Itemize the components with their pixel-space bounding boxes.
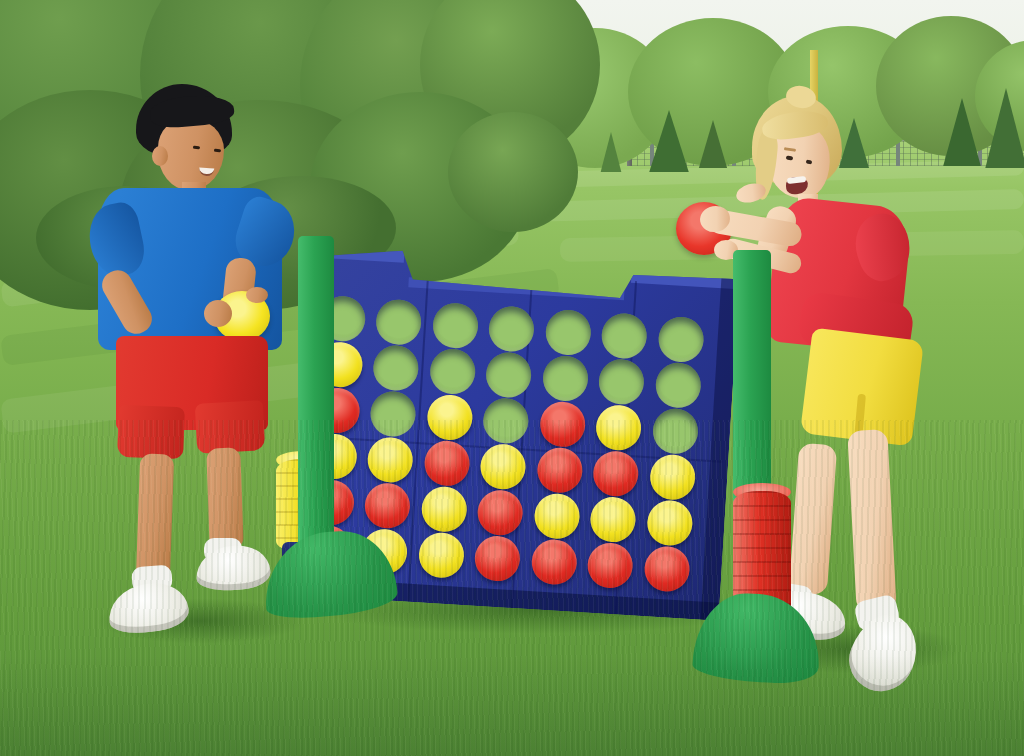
board-cell-r1c2 bbox=[369, 297, 428, 346]
red-disc-r4c6 bbox=[592, 449, 640, 497]
yellow-disc-r6c3 bbox=[417, 531, 465, 579]
red-disc-r6c4 bbox=[474, 534, 522, 582]
red-disc-r3c5 bbox=[539, 400, 587, 448]
board-cell-r2c2 bbox=[366, 343, 425, 392]
red-disc-r6c5 bbox=[530, 538, 578, 586]
board-cell-r6c3 bbox=[412, 530, 471, 579]
empty-slot-r1c7 bbox=[657, 315, 705, 363]
left-post bbox=[298, 236, 334, 566]
empty-slot-r3c4 bbox=[482, 397, 530, 445]
empty-slot-r2c2 bbox=[372, 344, 420, 392]
empty-slot-r2c6 bbox=[598, 358, 646, 406]
board-cell-r6c4 bbox=[468, 533, 527, 582]
board-cell-r3c5 bbox=[533, 399, 592, 448]
red-disc-r6c7 bbox=[643, 545, 691, 593]
board-cell-r5c2 bbox=[358, 481, 417, 530]
empty-slot-r2c3 bbox=[429, 347, 477, 395]
board-cell-r1c6 bbox=[595, 311, 654, 360]
board-cell-r3c2 bbox=[364, 389, 423, 438]
board-cell-r6c7 bbox=[637, 544, 696, 593]
yellow-disc-r5c6 bbox=[589, 495, 637, 543]
board-top-ledge-left bbox=[324, 246, 405, 263]
yellow-disc-r5c7 bbox=[646, 499, 694, 547]
board-cell-r5c7 bbox=[640, 498, 699, 547]
board-cell-r4c4 bbox=[474, 442, 533, 491]
empty-slot-r1c3 bbox=[431, 301, 479, 349]
empty-slot-r3c2 bbox=[369, 390, 417, 438]
board-cell-r5c5 bbox=[527, 491, 586, 540]
board-cell-r2c4 bbox=[479, 350, 538, 399]
yellow-disc-r3c6 bbox=[595, 403, 643, 451]
empty-slot-r1c5 bbox=[544, 308, 592, 356]
board-cell-r3c4 bbox=[476, 396, 535, 445]
red-disc-being-played bbox=[676, 202, 732, 255]
empty-slot-r2c5 bbox=[541, 354, 589, 402]
yellow-disc-r4c7 bbox=[649, 453, 697, 501]
yellow-disc-r4c2 bbox=[367, 436, 415, 484]
board-cell-r1c5 bbox=[538, 307, 597, 356]
empty-slot-r2c4 bbox=[485, 351, 533, 399]
board-cell-r3c6 bbox=[589, 403, 648, 452]
photo-scene-giant-connect-four bbox=[0, 0, 1024, 756]
board-cell-r3c3 bbox=[420, 392, 479, 441]
yellow-disc-r5c3 bbox=[420, 485, 468, 533]
mowing-streak bbox=[560, 230, 1024, 262]
board-top-recess-lip bbox=[408, 277, 624, 300]
board-cell-r2c5 bbox=[536, 353, 595, 402]
bush-mass bbox=[448, 112, 578, 232]
yellow-disc-r5c5 bbox=[533, 492, 581, 540]
board-cell-r5c4 bbox=[471, 488, 530, 537]
yellow-disc-r3c3 bbox=[426, 393, 474, 441]
board-cell-r4c2 bbox=[361, 435, 420, 484]
board-cell-r1c4 bbox=[482, 304, 541, 353]
board-cell-r1c3 bbox=[426, 300, 485, 349]
bush-mass bbox=[36, 186, 216, 290]
board-cell-r3c7 bbox=[646, 406, 705, 455]
board-cell-r2c6 bbox=[592, 357, 651, 406]
board-cell-r4c3 bbox=[417, 438, 476, 487]
board-cell-r4c7 bbox=[643, 452, 702, 501]
empty-slot-r1c6 bbox=[601, 312, 649, 360]
board-cell-r6c6 bbox=[581, 540, 640, 589]
board-cell-r4c6 bbox=[586, 449, 645, 498]
empty-slot-r1c4 bbox=[488, 305, 536, 353]
red-disc-r6c6 bbox=[587, 541, 635, 589]
red-disc-r4c5 bbox=[536, 446, 584, 494]
empty-slot-r2c7 bbox=[654, 361, 702, 409]
empty-slot-r3c7 bbox=[651, 407, 699, 455]
red-disc-r5c2 bbox=[364, 481, 412, 529]
board-cell-r5c3 bbox=[414, 484, 473, 533]
yellow-pole bbox=[810, 50, 818, 308]
board-cell-r6c5 bbox=[524, 537, 583, 586]
board-cell-r1c7 bbox=[651, 314, 710, 363]
empty-slot-r1c2 bbox=[375, 298, 423, 346]
red-disc-r5c4 bbox=[477, 488, 525, 536]
yellow-disc-r4c4 bbox=[479, 442, 527, 490]
red-disc-r4c3 bbox=[423, 439, 471, 487]
board-cell-r2c3 bbox=[423, 346, 482, 395]
board-cell-r5c6 bbox=[584, 494, 643, 543]
board-cell-r4c5 bbox=[530, 445, 589, 494]
board-cell-r2c7 bbox=[648, 360, 707, 409]
